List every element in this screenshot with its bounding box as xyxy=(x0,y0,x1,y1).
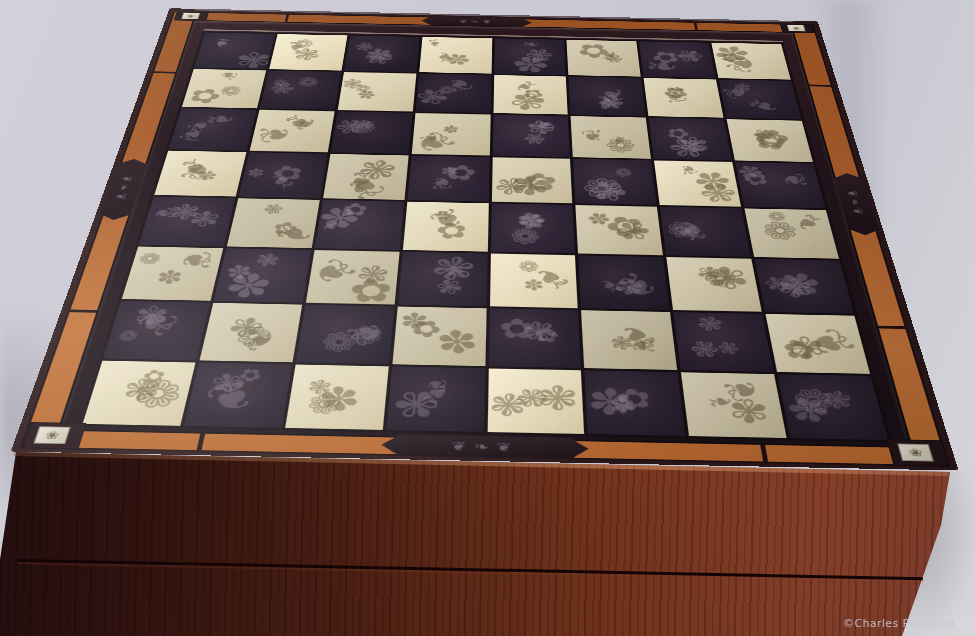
engraving-ornament: ❦ xyxy=(415,130,445,146)
engraving-ornament: ❦ xyxy=(776,172,812,187)
engraving-ornament: ✾ xyxy=(519,115,564,138)
engraving-ornament: ❦ xyxy=(627,337,661,354)
engraving-ornament: ❧ xyxy=(229,323,288,360)
engraving-ornament: ❁ xyxy=(269,77,294,89)
board-square[interactable]: ❧✽❧ xyxy=(419,37,492,74)
engraving-ornament: ❁ xyxy=(353,83,376,95)
engraving-ornament: ❁ xyxy=(764,208,792,224)
board-square[interactable]: ✽❃✽ xyxy=(214,248,311,302)
board-square[interactable]: ❧❧✽ xyxy=(569,77,646,117)
engraving-ornament: ✽ xyxy=(393,308,437,334)
engraving-ornament: ❧ xyxy=(167,153,221,182)
board-square[interactable]: ❦✽❧ xyxy=(578,255,670,310)
engraving-ornament: ❦ xyxy=(677,163,700,176)
engraving-ornament: ❧ xyxy=(585,82,637,108)
engraving-ornament: ❁ xyxy=(342,118,382,136)
board-square[interactable]: ❧❃✿ xyxy=(567,40,641,77)
engraving-ornament: ❦ xyxy=(199,372,266,421)
engraving-ornament: ❃ xyxy=(259,202,287,218)
engraving-ornament: ❁ xyxy=(290,38,318,49)
engraving-ornament: ❃ xyxy=(121,374,163,404)
engraving-ornament: ✿ xyxy=(715,51,747,65)
engraving-ornament: ❁ xyxy=(346,319,387,348)
engraving-ornament: ❁ xyxy=(661,217,707,243)
engraving-ornament: ✿ xyxy=(746,128,796,155)
engraving-ornament: ❦ xyxy=(411,127,464,156)
engraving-ornament: ❧ xyxy=(743,94,785,119)
engraving-ornament: ❦ xyxy=(423,204,472,234)
engraving-ornament: ❁ xyxy=(695,263,747,294)
engraving-ornament: ✽ xyxy=(775,266,824,303)
engraving-ornament: ✾ xyxy=(386,382,451,429)
engraving-ornament: ❦ xyxy=(173,125,209,144)
engraving-ornament: ✽ xyxy=(505,54,552,75)
engraving-ornament: ✽ xyxy=(218,261,258,282)
board-square[interactable]: ✽✿✽ xyxy=(585,370,686,436)
board-square[interactable]: ❦✾❁ xyxy=(415,74,491,113)
engraving-ornament: ❦ xyxy=(604,266,670,305)
engraving-ornament: ❃ xyxy=(686,339,722,359)
engraving-ornament: ❃ xyxy=(520,133,548,145)
engraving-ornament: ❧ xyxy=(606,316,670,357)
engraving-ornament: ❁ xyxy=(311,326,366,360)
engraving-ornament: ❦ xyxy=(430,175,454,191)
engraving-ornament: ❁ xyxy=(134,250,165,269)
board-square[interactable]: ❁✽❃ xyxy=(337,72,416,111)
medallion-ornament: ❦❧❦ xyxy=(845,190,868,217)
engraving-ornament: ✿ xyxy=(775,338,823,362)
medallion-ornament: ❦❧❦ xyxy=(458,18,494,24)
engraving-ornament: ❃ xyxy=(507,381,556,414)
engraving-ornament: ❁ xyxy=(438,85,455,95)
engraving-ornament: ❃ xyxy=(338,76,370,91)
board-square[interactable]: ✽❁❃ xyxy=(778,374,888,440)
engraving-ornament: ✿ xyxy=(575,41,611,60)
engraving-ornament: ✽ xyxy=(711,43,753,67)
engraving-ornament: ❧ xyxy=(208,38,236,49)
engraving-ornament: ❃ xyxy=(491,172,538,201)
board-square[interactable]: ✿✽❧ xyxy=(315,200,404,250)
engraving-ornament: ✾ xyxy=(784,333,829,363)
board-square[interactable]: ❁❧❁ xyxy=(745,208,839,258)
engraving-ornament: ❧ xyxy=(506,77,545,96)
board-square[interactable]: ✾❃✿ xyxy=(649,118,732,161)
engraving-ornament: ❦ xyxy=(215,69,242,82)
board-square[interactable]: ✿✿❃ xyxy=(488,308,581,368)
inlay-ornament: ❀ xyxy=(792,26,800,31)
board-square[interactable]: ❧❦❃ xyxy=(581,310,677,370)
engraving-ornament: ❃ xyxy=(351,41,378,53)
engraving-ornament: ✽ xyxy=(512,212,553,232)
engraving-ornament: ✽ xyxy=(430,207,456,223)
board-square[interactable]: ✾❦✿ xyxy=(184,363,292,428)
engraving-ornament: ❁ xyxy=(111,327,142,344)
banding-divider xyxy=(67,309,99,312)
board-square[interactable]: ❦❁❁ xyxy=(296,305,394,365)
medallion-ornament: ❦❧❦ xyxy=(112,175,136,202)
engraving-ornament: ✿ xyxy=(337,200,374,219)
engraving-ornament: ❦ xyxy=(719,52,765,76)
engraving-ornament: ✾ xyxy=(581,175,636,205)
inlay-ornament: ❀ xyxy=(907,446,924,459)
board-square[interactable]: ❃❃❁ xyxy=(330,111,412,154)
board-square[interactable]: ✾✿✽ xyxy=(576,205,663,255)
engraving-ornament: ❧ xyxy=(420,37,449,50)
engraving-ornament: ❃ xyxy=(712,337,743,357)
photo: ❧✾❧❁❃❧✽❃❃❧✽❧✽❧❃❧❃✿❧✿✾❦✽✿❁✿❦❁❃❁❁✽❃❦✾❁✾❧✿❧… xyxy=(0,0,975,636)
board-square[interactable]: ✽❦❁ xyxy=(122,246,223,300)
engraving-ornament: ❁ xyxy=(578,177,630,201)
engraving-ornament: ❧ xyxy=(279,38,314,54)
board-square[interactable]: ✾❃❧ xyxy=(492,114,570,157)
ivory-inlay-icon: ❀ xyxy=(33,426,70,444)
engraving-ornament: ✽ xyxy=(315,205,368,232)
engraving-ornament: ✿ xyxy=(409,317,443,342)
engraving-ornament: ❃ xyxy=(695,313,725,336)
engraving-ornament: ❃ xyxy=(351,156,406,184)
board-square[interactable]: ✾❧❦ xyxy=(681,372,787,438)
engraving-ornament: ❃ xyxy=(330,115,373,139)
engraving-ornament: ✽ xyxy=(434,324,481,358)
engraving-ornament: ✽ xyxy=(501,170,561,201)
engraving-ornament: ✿ xyxy=(489,311,544,346)
board-square[interactable]: ❦✽✿ xyxy=(711,43,790,80)
board-square[interactable]: ❦✽❃ xyxy=(654,160,741,206)
engraving-ornament: ❃ xyxy=(251,250,283,270)
engraving-ornament: ❦ xyxy=(174,250,218,270)
engraving-ornament: ❃ xyxy=(603,332,640,355)
engraving-ornament: ✾ xyxy=(499,87,556,115)
engraving-ornament: ❧ xyxy=(591,274,630,298)
engraving-ornament: ❧ xyxy=(645,56,680,76)
engraving-ornament: ❧ xyxy=(664,216,722,247)
engraving-ornament: ✿ xyxy=(521,87,545,101)
engraving-ornament: ✽ xyxy=(517,275,549,293)
engraving-ornament: ✿ xyxy=(743,124,800,153)
engraving-ornament: ❦ xyxy=(719,85,754,101)
engraving-ornament: ❧ xyxy=(783,208,833,236)
inlay-ornament: ❀ xyxy=(186,14,195,19)
engraving-ornament: ✾ xyxy=(223,314,268,341)
engraving-ornament: ❧ xyxy=(584,89,638,116)
engraving-ornament: ❃ xyxy=(729,81,757,94)
engraving-ornament: ❧ xyxy=(410,378,461,410)
engraving-ornament: ✾ xyxy=(762,275,793,294)
box-top: ❧✾❧❁❃❧✽❃❃❧✽❧✽❧❃❧❃✿❧✿✾❦✽✿❁✿❦❁❃❁❁✽❃❦✾❁✾❧✿❧… xyxy=(11,8,959,470)
engraving-ornament: ❁ xyxy=(293,74,326,90)
engraving-ornament: ✾ xyxy=(124,301,178,330)
engraving-ornament: ❃ xyxy=(516,317,565,345)
board-square[interactable]: ✽❧❃ xyxy=(494,38,566,75)
engraving-ornament: ❦ xyxy=(183,117,217,134)
engraving-ornament: ❧ xyxy=(525,115,562,136)
board-square[interactable]: ❃❃❃ xyxy=(487,368,585,434)
engraving-ornament: ✽ xyxy=(354,88,379,102)
engraving-ornament: ❦ xyxy=(336,172,394,200)
engraving-ornament: ❃ xyxy=(168,200,202,221)
engraving-ornament: ✽ xyxy=(441,52,475,67)
engraving-ornament: ✿ xyxy=(657,85,694,101)
engraving-ornament: ✽ xyxy=(214,264,284,303)
board-square[interactable]: ❦✽❧ xyxy=(154,151,246,197)
inlay-ornament: ❀ xyxy=(43,429,60,442)
engraving-ornament: ❃ xyxy=(660,133,716,161)
engraving-ornament: ✿ xyxy=(269,218,303,240)
engraving-ornament: ✾ xyxy=(202,367,252,399)
ivory-inlay-icon: ❀ xyxy=(181,13,200,20)
board-square[interactable]: ❁✾❦ xyxy=(103,301,210,360)
engraving-ornament: ❦ xyxy=(255,124,297,144)
engraving-ornament: ❧ xyxy=(338,169,384,192)
board-square[interactable]: ✿❦✾ xyxy=(766,314,870,374)
engraving-ornament: ❁ xyxy=(215,85,244,97)
engraving-ornament: ✿ xyxy=(430,220,473,242)
engraving-ornament: ❃ xyxy=(292,45,322,63)
medallion-ornament: ❦❧❦ xyxy=(451,439,519,455)
engraving-ornament: ❃ xyxy=(352,260,394,287)
engraving-ornament: ❧ xyxy=(521,260,578,299)
engraving-ornament: ✾ xyxy=(440,262,469,279)
engraving-ornament: ❃ xyxy=(520,44,560,65)
engraving-ornament: ✾ xyxy=(695,262,723,283)
engraving-ornament: ❁ xyxy=(120,371,192,417)
board-square[interactable]: ❦❃❧ xyxy=(719,80,802,120)
engraving-ornament: ❁ xyxy=(297,387,350,420)
board-square[interactable]: ❁❁✾ xyxy=(573,159,657,205)
engraving-ornament: ❧ xyxy=(273,110,323,135)
watermark: ©Charles Pitchford xyxy=(843,617,955,630)
engraving-ornament: ✽ xyxy=(440,166,458,178)
board-square[interactable]: ❧✾❧ xyxy=(194,33,275,70)
engraving-ornament: ❦ xyxy=(306,253,366,291)
engraving-ornament: ❁ xyxy=(604,135,636,155)
engraving-ornament: ✿ xyxy=(660,125,696,142)
engraving-ornament: ❧ xyxy=(209,38,234,48)
engraving-ornament: ✿ xyxy=(595,209,656,244)
engraving-ornament: ❃ xyxy=(487,387,536,422)
engraving-ornament: ✾ xyxy=(235,49,273,69)
engraving-ornament: ❃ xyxy=(601,52,627,65)
board-square[interactable]: ❦❧❦ xyxy=(169,108,257,150)
board-square[interactable]: ❁❃❁ xyxy=(260,70,341,109)
engraving-ornament: ✽ xyxy=(308,377,372,418)
board-square[interactable]: ❦❃❧ xyxy=(323,154,408,200)
board-square[interactable]: ❃✾✾ xyxy=(398,252,488,306)
engraving-ornament: ✾ xyxy=(612,221,658,242)
engraving-ornament: ✿ xyxy=(182,84,227,108)
engraving-ornament: ✽ xyxy=(357,44,401,65)
board-square[interactable]: ✽✾❃ xyxy=(755,259,854,314)
engraving-ornament: ✽ xyxy=(688,170,740,193)
engraving-ornament: ❦ xyxy=(796,323,866,363)
engraving-ornament: ❦ xyxy=(579,128,607,144)
engraving-ornament: ✿ xyxy=(232,364,267,387)
board-square[interactable]: ❧✿✾ xyxy=(639,41,716,78)
engraving-ornament: ✾ xyxy=(698,261,759,297)
board-square[interactable]: ✽✿❦ xyxy=(735,162,825,208)
engraving-ornament: ❁ xyxy=(502,223,549,250)
board-square[interactable]: ❁✿❦ xyxy=(182,69,266,108)
engraving-ornament: ❦ xyxy=(421,377,450,394)
engraving-ornament: ❃ xyxy=(694,177,742,207)
engraving-ornament: ✿ xyxy=(651,49,680,67)
board-square[interactable]: ❧❧❦ xyxy=(250,110,335,152)
engraving-ornament: ❁ xyxy=(752,218,805,244)
engraving-ornament: ✿ xyxy=(340,273,399,305)
engraving-ornament: ✾ xyxy=(676,134,711,155)
engraving-ornament: ✽ xyxy=(582,209,617,229)
board-square[interactable]: ✿❧✽ xyxy=(239,152,328,198)
engraving-ornament: ✿ xyxy=(737,168,776,189)
engraving-ornament: ✽ xyxy=(194,168,221,183)
engraving-ornament: ✿ xyxy=(439,160,483,186)
engraving-ornament: ❁ xyxy=(789,381,838,420)
engraving-ornament: ✿ xyxy=(143,367,166,386)
board-square[interactable]: ❁❧✽ xyxy=(489,254,578,309)
engraving-ornament: ❦ xyxy=(442,75,477,94)
engraving-ornament: ✾ xyxy=(671,49,707,62)
engraving-ornament: ❧ xyxy=(665,219,707,246)
engraving-ornament: ❧ xyxy=(428,50,462,65)
board-square[interactable]: ✾✿✿ xyxy=(727,119,813,162)
engraving-ornament: ❃ xyxy=(302,376,338,398)
engraving-ornament: ❦ xyxy=(175,159,219,183)
engraving-ornament: ✾ xyxy=(747,126,781,144)
board-square[interactable]: ❧❦❁ xyxy=(571,116,651,159)
engraving-ornament: ✿ xyxy=(513,169,567,196)
board-square[interactable]: ✾❧❁ xyxy=(199,303,302,362)
engraving-ornament: ❃ xyxy=(425,252,482,288)
board-square[interactable]: ✿❃✽ xyxy=(491,157,572,203)
board-square[interactable]: ❦✿✾ xyxy=(644,78,724,118)
engraving-ornament: ✿ xyxy=(264,161,312,187)
engraving-ornament: ✿ xyxy=(526,324,564,347)
board-square[interactable]: ✽✽✿ xyxy=(392,307,486,367)
engraving-ornament: ✽ xyxy=(591,93,631,114)
engraving-ornament: ❧ xyxy=(315,217,347,235)
engraving-ornament: ❃ xyxy=(265,82,297,95)
medallion-icon-bottom: ❦❧❦ xyxy=(380,434,589,460)
board-square[interactable]: ❃❦✿ xyxy=(306,250,400,304)
engraving-ornament: ❃ xyxy=(821,386,854,414)
engraving-ornament: ✽ xyxy=(585,382,633,421)
engraving-ornament: ❦ xyxy=(660,88,691,105)
board-square[interactable]: ❦✿✽ xyxy=(403,202,489,252)
engraving-ornament: ✾ xyxy=(181,207,226,232)
board-square[interactable]: ✽✿❦ xyxy=(407,156,489,202)
engraving-ornament: ❧ xyxy=(204,109,237,130)
engraving-ornament: ✽ xyxy=(150,266,191,289)
board-square[interactable]: ❁❃❧ xyxy=(269,34,347,71)
board-square[interactable]: ✾❧✿ xyxy=(493,75,568,115)
board-square[interactable]: ❃❃❃ xyxy=(674,312,774,372)
board-square[interactable]: ✾✾❁ xyxy=(667,257,762,312)
engraving-ornament: ✾ xyxy=(415,87,455,107)
engraving-ornament: ❁ xyxy=(228,319,280,353)
engraving-ornament: ❧ xyxy=(701,389,739,414)
engraving-ornament: ✽ xyxy=(735,162,769,183)
engraving-ornament: ❦ xyxy=(338,317,394,351)
engraving-ornament: ✽ xyxy=(608,393,639,415)
ivory-inlay-icon: ❀ xyxy=(787,25,806,32)
engraving-ornament: ✾ xyxy=(663,84,688,97)
board-square[interactable]: ❦✾❧ xyxy=(386,366,485,431)
engraving-ornament: ❧ xyxy=(608,135,629,145)
engraving-ornament: ❧ xyxy=(259,169,306,195)
engraving-ornament: ✽ xyxy=(778,389,839,429)
engraving-ornament: ❁ xyxy=(613,166,637,178)
engraving-ornament: ❃ xyxy=(353,119,378,132)
engraving-ornament: ❁ xyxy=(515,260,541,273)
engraving-ornament: ✿ xyxy=(610,382,658,417)
engraving-ornament: ✽ xyxy=(607,273,653,301)
engraving-ornament: ✾ xyxy=(431,275,467,299)
engraving-ornament: ❧ xyxy=(522,39,540,50)
board-square[interactable]: ✿❃❧ xyxy=(227,198,320,248)
board-square[interactable]: ❦✽❦ xyxy=(411,113,490,156)
engraving-ornament: ❦ xyxy=(716,375,769,405)
board-square[interactable]: ✽❁✽ xyxy=(490,203,575,253)
engraving-ornament: ❧ xyxy=(593,48,626,64)
engraving-ornament: ❃ xyxy=(526,378,585,419)
engraving-ornament: ✾ xyxy=(728,394,770,429)
engraving-ornament: ❧ xyxy=(267,217,319,248)
ivory-inlay-icon: ❀ xyxy=(897,443,934,461)
engraving-ornament: ❦ xyxy=(122,304,189,342)
board-square[interactable]: ❧❧❁ xyxy=(660,207,751,257)
engraving-ornament: ✽ xyxy=(509,207,553,232)
board-square[interactable]: ✽❃❃ xyxy=(344,35,420,72)
board-square[interactable]: ❦✾❃ xyxy=(139,197,235,247)
engraving-ornament: ❦ xyxy=(152,207,177,220)
chess-board: ❧✾❧❁❃❧✽❃❃❧✽❧✽❧❃❧❃✿❧✿✾❦✽✿❁✿❦❁❃❁❁✽❃❦✾❁✾❧✿❧… xyxy=(78,31,892,442)
engraving-ornament: ❃ xyxy=(777,273,814,302)
engraving-ornament: ✽ xyxy=(438,124,462,136)
board-square[interactable]: ❁✽❃ xyxy=(285,365,389,430)
engraving-ornament: ❃ xyxy=(359,46,399,67)
engraving-ornament: ✽ xyxy=(241,165,268,179)
board-square[interactable]: ❃❁✿ xyxy=(83,361,196,426)
engraving-ornament: ❧ xyxy=(284,113,327,135)
